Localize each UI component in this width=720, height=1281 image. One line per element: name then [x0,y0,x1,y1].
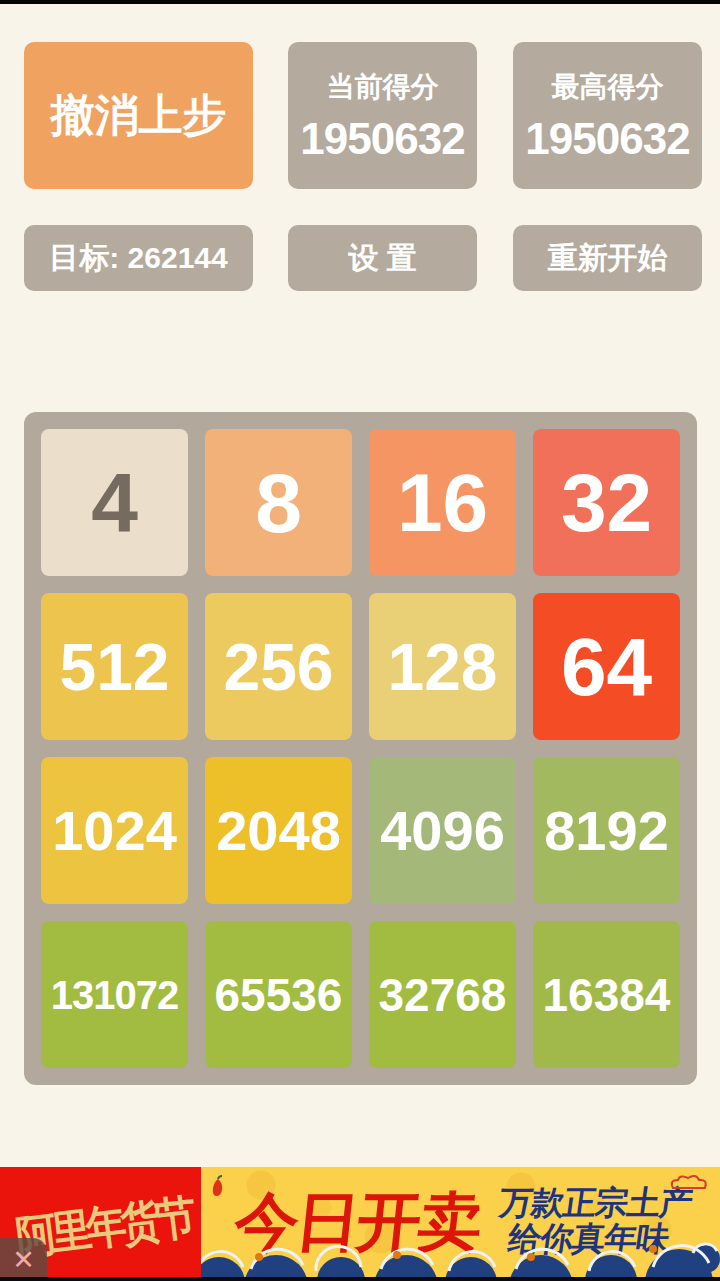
tile-131072: 131072 [41,921,188,1068]
tile-16: 16 [369,429,516,576]
best-score-label: 最高得分 [552,68,664,106]
game-board[interactable]: 4816325122561286410242048409681921310726… [24,412,697,1085]
cloud-icon [668,1173,710,1195]
tile-1024: 1024 [41,757,188,904]
tile-64: 64 [533,593,680,740]
best-score-box: 最高得分 1950632 [513,42,702,189]
ornament-icon [209,1175,227,1203]
tile-2048: 2048 [205,757,352,904]
tile-8: 8 [205,429,352,576]
app-screen: 撤消上步 当前得分 1950632 最高得分 1950632 目标: 26214… [0,0,720,1281]
tile-32768: 32768 [369,921,516,1068]
current-score-value: 1950632 [300,114,464,164]
ad-right-panel: 今日开卖 万款正宗土产 给你真年味 [201,1167,720,1277]
tile-128: 128 [369,593,516,740]
tile-8192: 8192 [533,757,680,904]
target-button[interactable]: 目标: 262144 [24,225,253,291]
ad-bottom-strip [0,1277,720,1281]
close-ad-button[interactable]: ✕ [0,1238,47,1281]
tile-4096: 4096 [369,757,516,904]
tile-32: 32 [533,429,680,576]
settings-button[interactable]: 设 置 [288,225,477,291]
tile-4: 4 [41,429,188,576]
status-bar [0,0,720,4]
restart-button[interactable]: 重新开始 [513,225,702,291]
tile-16384: 16384 [533,921,680,1068]
waves-graphic [201,1231,720,1277]
current-score-label: 当前得分 [327,68,439,106]
ad-banner[interactable]: 阿里年货节 今日开卖 万款正宗土产 给你真年味 [0,1167,720,1281]
current-score-box: 当前得分 1950632 [288,42,477,189]
ad-sub-line1: 万款正宗土产 [497,1185,694,1221]
tile-512: 512 [41,593,188,740]
tile-256: 256 [205,593,352,740]
undo-button[interactable]: 撤消上步 [24,42,253,189]
tile-65536: 65536 [205,921,352,1068]
best-score-value: 1950632 [525,114,689,164]
